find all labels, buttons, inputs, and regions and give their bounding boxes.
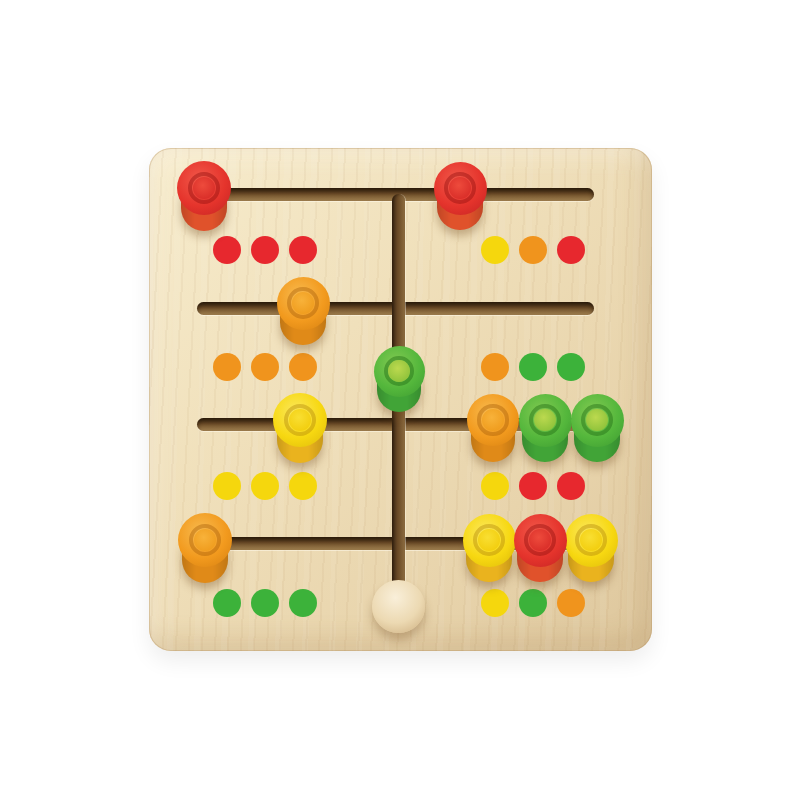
peg-green-row0-channel-3[interactable] xyxy=(374,346,425,415)
board xyxy=(149,148,652,651)
code-dot-green-row4-right xyxy=(519,589,547,617)
code-dot-red-row1-left xyxy=(213,236,241,264)
peg-yellow-row3-left-4[interactable] xyxy=(273,393,327,466)
code-dot-red-row1-left xyxy=(289,236,317,264)
code-dot-red-row1-left xyxy=(251,236,279,264)
peg-top xyxy=(177,161,231,215)
peg-yellow-row4-right-10[interactable] xyxy=(565,514,618,586)
code-dot-orange-row2-left xyxy=(213,353,241,381)
code-dot-yellow-row4-right xyxy=(481,589,509,617)
code-dot-green-row2-right xyxy=(557,353,585,381)
peg-top xyxy=(374,346,425,397)
peg-yellow-row4-right-9[interactable] xyxy=(463,514,516,586)
peg-orange-row2-left-2[interactable] xyxy=(277,277,330,349)
code-dot-orange-row4-right xyxy=(557,589,585,617)
code-dot-yellow-row3-left xyxy=(213,472,241,500)
peg-top xyxy=(565,514,618,567)
peg-center-boss xyxy=(388,360,409,381)
code-dot-orange-row2-left xyxy=(289,353,317,381)
ball-knob[interactable] xyxy=(372,580,425,633)
peg-top xyxy=(514,514,567,567)
code-dot-yellow-row3-right xyxy=(481,472,509,500)
peg-top xyxy=(178,513,232,567)
peg-center-boss xyxy=(482,409,504,431)
peg-red-row1-right-1[interactable] xyxy=(434,162,487,234)
peg-top xyxy=(277,277,330,330)
peg-orange-row4-left-8[interactable] xyxy=(178,513,232,586)
code-dot-orange-row2-right xyxy=(481,353,509,381)
peg-top xyxy=(273,393,327,447)
code-dot-red-row3-right xyxy=(557,472,585,500)
peg-red-row1-left-0[interactable] xyxy=(177,161,231,234)
code-dot-red-row3-right xyxy=(519,472,547,500)
peg-top xyxy=(571,394,624,447)
peg-green-row3-right-7[interactable] xyxy=(571,394,624,466)
peg-top xyxy=(519,394,572,447)
code-dot-yellow-row3-left xyxy=(289,472,317,500)
peg-top xyxy=(434,162,487,215)
peg-red-row4-right-11[interactable] xyxy=(514,514,567,586)
code-dot-yellow-row1-right xyxy=(481,236,509,264)
code-dot-red-row1-right xyxy=(557,236,585,264)
code-dot-green-row4-left xyxy=(251,589,279,617)
code-dot-green-row4-left xyxy=(289,589,317,617)
code-dot-green-row4-left xyxy=(213,589,241,617)
code-dot-orange-row2-left xyxy=(251,353,279,381)
code-dot-orange-row1-right xyxy=(519,236,547,264)
code-dot-yellow-row3-left xyxy=(251,472,279,500)
photo-background xyxy=(0,0,800,800)
peg-green-row3-right-6[interactable] xyxy=(519,394,572,466)
peg-top xyxy=(467,394,519,446)
peg-orange-row3-right-5[interactable] xyxy=(467,394,519,464)
code-dot-green-row2-right xyxy=(519,353,547,381)
peg-top xyxy=(463,514,516,567)
